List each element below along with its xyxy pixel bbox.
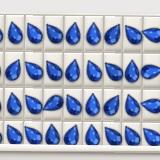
tray-cell-r2c3 xyxy=(44,53,62,87)
tray-shadow xyxy=(0,151,160,160)
tray-cell-r2c2 xyxy=(24,52,42,86)
gem-rhinestone xyxy=(3,19,25,47)
tray-cell-r2c8 xyxy=(143,54,160,88)
tray-cell-r1c6 xyxy=(104,16,122,51)
tray-cell-r3c8 xyxy=(143,90,160,121)
tray-cell-r3c6 xyxy=(103,89,121,120)
tray-cell-r1c8 xyxy=(144,17,160,52)
gem-rhinestone xyxy=(64,20,84,47)
tray-cell-r3c5 xyxy=(83,89,101,120)
tray-cell-r3c4 xyxy=(64,89,82,120)
gem-rhinestone xyxy=(3,90,23,117)
tray-cell-r1c2 xyxy=(25,15,43,50)
tray-cell-r2c6 xyxy=(104,53,122,87)
photo-rhinestone-tray xyxy=(0,0,160,160)
tray-grid xyxy=(0,14,160,150)
tray-cell-r1c0 xyxy=(0,15,4,50)
gem-rhinestone xyxy=(63,56,83,84)
gem-rhinestone xyxy=(60,90,86,120)
tray-cell-r3c1 xyxy=(4,88,22,119)
tray-cell-r2c0 xyxy=(0,52,3,86)
gem-rhinestone xyxy=(84,92,100,117)
tray-cell-r1c3 xyxy=(45,16,63,51)
gem-rhinestone xyxy=(124,58,140,83)
tray-cell-r1c4 xyxy=(64,16,82,51)
gem-rhinestone xyxy=(139,61,160,81)
gem-rhinestone xyxy=(85,21,101,46)
tray-cell-r1c1 xyxy=(5,15,23,50)
tray-cell-r2c4 xyxy=(64,53,82,87)
gem-rhinestone xyxy=(0,90,3,116)
tray-cell-r3c3 xyxy=(44,89,62,120)
storage-tray xyxy=(0,12,160,153)
tray-cell-r3c0 xyxy=(0,88,3,119)
tray-cell-r1c5 xyxy=(84,16,102,51)
tray-cell-r2c5 xyxy=(84,53,102,87)
tray-cell-r2c1 xyxy=(5,52,23,86)
